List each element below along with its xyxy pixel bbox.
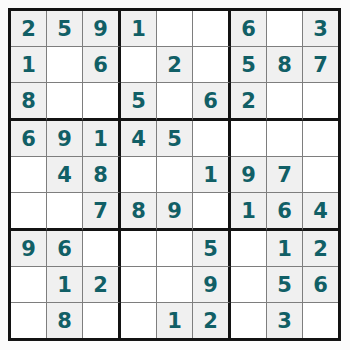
cell-r4c7[interactable] <box>231 121 267 157</box>
cell-r1c1[interactable]: 2 <box>11 11 47 47</box>
cell-r3c7[interactable]: 2 <box>231 83 267 121</box>
cell-r1c2[interactable]: 5 <box>47 11 83 47</box>
cell-r1c9[interactable]: 3 <box>303 11 338 47</box>
cell-r8c4[interactable] <box>121 267 157 303</box>
cell-r5c1[interactable] <box>11 157 47 193</box>
cell-r6c6[interactable] <box>193 193 231 231</box>
cell-r2c7[interactable]: 5 <box>231 47 267 83</box>
cell-r9c5[interactable]: 1 <box>157 303 193 338</box>
cell-r5c6[interactable]: 1 <box>193 157 231 193</box>
cell-r8c6[interactable]: 9 <box>193 267 231 303</box>
cell-r8c1[interactable] <box>11 267 47 303</box>
cell-r3c5[interactable] <box>157 83 193 121</box>
cell-r2c9[interactable]: 7 <box>303 47 338 83</box>
cell-r1c5[interactable] <box>157 11 193 47</box>
cell-r2c6[interactable] <box>193 47 231 83</box>
cell-r2c8[interactable]: 8 <box>267 47 303 83</box>
cell-r1c8[interactable] <box>267 11 303 47</box>
cell-r8c8[interactable]: 5 <box>267 267 303 303</box>
cell-r9c2[interactable]: 8 <box>47 303 83 338</box>
cell-r2c1[interactable]: 1 <box>11 47 47 83</box>
cell-r4c3[interactable]: 1 <box>83 121 121 157</box>
cell-r2c3[interactable]: 6 <box>83 47 121 83</box>
cell-r7c6[interactable]: 5 <box>193 231 231 267</box>
cell-r1c3[interactable]: 9 <box>83 11 121 47</box>
cell-r1c6[interactable] <box>193 11 231 47</box>
cell-r1c4[interactable]: 1 <box>121 11 157 47</box>
cell-r4c8[interactable] <box>267 121 303 157</box>
cell-r7c2[interactable]: 6 <box>47 231 83 267</box>
cell-r6c7[interactable]: 1 <box>231 193 267 231</box>
cell-r8c5[interactable] <box>157 267 193 303</box>
cell-r3c1[interactable]: 8 <box>11 83 47 121</box>
cell-r4c6[interactable] <box>193 121 231 157</box>
cell-r3c9[interactable] <box>303 83 338 121</box>
cell-r8c9[interactable]: 6 <box>303 267 338 303</box>
cell-r6c5[interactable]: 9 <box>157 193 193 231</box>
cell-r2c4[interactable] <box>121 47 157 83</box>
cell-r5c2[interactable]: 4 <box>47 157 83 193</box>
cell-r3c4[interactable]: 5 <box>121 83 157 121</box>
cell-r9c9[interactable] <box>303 303 338 338</box>
sudoku-page: 2591631625878562691454819778916496512129… <box>0 0 334 334</box>
cell-r7c7[interactable] <box>231 231 267 267</box>
cell-r7c9[interactable]: 2 <box>303 231 338 267</box>
cell-r4c5[interactable]: 5 <box>157 121 193 157</box>
cell-r6c1[interactable] <box>11 193 47 231</box>
cell-r9c6[interactable]: 2 <box>193 303 231 338</box>
cell-r2c5[interactable]: 2 <box>157 47 193 83</box>
cell-r3c2[interactable] <box>47 83 83 121</box>
cell-r4c2[interactable]: 9 <box>47 121 83 157</box>
cell-r7c1[interactable]: 9 <box>11 231 47 267</box>
cell-r3c6[interactable]: 6 <box>193 83 231 121</box>
cell-r8c7[interactable] <box>231 267 267 303</box>
cell-r8c3[interactable]: 2 <box>83 267 121 303</box>
cell-r1c7[interactable]: 6 <box>231 11 267 47</box>
cell-r9c1[interactable] <box>11 303 47 338</box>
cell-r7c8[interactable]: 1 <box>267 231 303 267</box>
cell-r5c4[interactable] <box>121 157 157 193</box>
cell-r2c2[interactable] <box>47 47 83 83</box>
cell-r6c8[interactable]: 6 <box>267 193 303 231</box>
cell-r6c3[interactable]: 7 <box>83 193 121 231</box>
cell-r7c5[interactable] <box>157 231 193 267</box>
cell-r4c4[interactable]: 4 <box>121 121 157 157</box>
cell-r9c8[interactable]: 3 <box>267 303 303 338</box>
cell-r9c4[interactable] <box>121 303 157 338</box>
cell-r4c9[interactable] <box>303 121 338 157</box>
cell-r4c1[interactable]: 6 <box>11 121 47 157</box>
cell-r5c5[interactable] <box>157 157 193 193</box>
cell-r5c9[interactable] <box>303 157 338 193</box>
sudoku-board: 2591631625878562691454819778916496512129… <box>8 8 341 341</box>
cell-r9c7[interactable] <box>231 303 267 338</box>
cell-r6c4[interactable]: 8 <box>121 193 157 231</box>
cell-r3c3[interactable] <box>83 83 121 121</box>
cell-r9c3[interactable] <box>83 303 121 338</box>
cell-r8c2[interactable]: 1 <box>47 267 83 303</box>
cell-r5c8[interactable]: 7 <box>267 157 303 193</box>
cell-r6c9[interactable]: 4 <box>303 193 338 231</box>
cell-r7c3[interactable] <box>83 231 121 267</box>
cell-r3c8[interactable] <box>267 83 303 121</box>
cell-r6c2[interactable] <box>47 193 83 231</box>
cell-r5c7[interactable]: 9 <box>231 157 267 193</box>
cell-r5c3[interactable]: 8 <box>83 157 121 193</box>
cell-r7c4[interactable] <box>121 231 157 267</box>
